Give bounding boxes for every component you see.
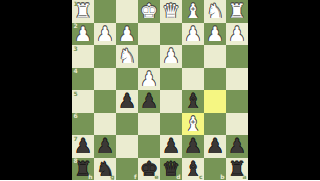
square-a2[interactable]: ♟ bbox=[226, 23, 248, 46]
square-e8[interactable]: ♚e bbox=[138, 158, 160, 181]
white-queen-d1[interactable]: ♛ bbox=[162, 1, 180, 21]
square-f6[interactable] bbox=[116, 113, 138, 136]
square-d1[interactable]: ♛ bbox=[160, 0, 182, 23]
rank-label-7: 7 bbox=[74, 136, 78, 142]
rank-label-5: 5 bbox=[74, 91, 78, 97]
file-label-b: b bbox=[220, 174, 224, 180]
file-label-d: d bbox=[176, 174, 180, 180]
black-pawn-g7[interactable]: ♟ bbox=[96, 136, 114, 156]
rank-label-4: 4 bbox=[74, 68, 78, 74]
square-d5[interactable] bbox=[160, 90, 182, 113]
square-g1[interactable] bbox=[94, 0, 116, 23]
square-f8[interactable]: f bbox=[116, 158, 138, 181]
square-g8[interactable]: ♞g bbox=[94, 158, 116, 181]
square-b5[interactable] bbox=[204, 90, 226, 113]
file-label-h: h bbox=[88, 174, 92, 180]
file-label-e: e bbox=[154, 174, 158, 180]
square-b3[interactable] bbox=[204, 45, 226, 68]
square-h4[interactable]: 4 bbox=[72, 68, 94, 91]
square-e6[interactable] bbox=[138, 113, 160, 136]
pillarbox-right bbox=[248, 0, 320, 180]
square-c4[interactable] bbox=[182, 68, 204, 91]
square-h3[interactable]: 3 bbox=[72, 45, 94, 68]
square-f7[interactable] bbox=[116, 135, 138, 158]
pillarbox-left bbox=[0, 0, 72, 180]
file-label-a: a bbox=[242, 174, 246, 180]
square-h6[interactable]: 6 bbox=[72, 113, 94, 136]
black-pawn-e5[interactable]: ♟ bbox=[140, 91, 158, 111]
rank-label-8: 8 bbox=[74, 158, 78, 164]
white-pawn-d3[interactable]: ♟ bbox=[162, 46, 180, 66]
square-h5[interactable]: 5 bbox=[72, 90, 94, 113]
white-pawn-g2[interactable]: ♟ bbox=[96, 23, 114, 43]
black-pawn-a7[interactable]: ♟ bbox=[228, 136, 246, 156]
square-g5[interactable] bbox=[94, 90, 116, 113]
square-e1[interactable]: ♚ bbox=[138, 0, 160, 23]
square-f2[interactable]: ♟ bbox=[116, 23, 138, 46]
square-e2[interactable] bbox=[138, 23, 160, 46]
square-h8[interactable]: ♜8h bbox=[72, 158, 94, 181]
chess-board[interactable]: ♜1♚♛♝♞♜♟2♟♟♟♟♟3♞♟4♟5♟♟♝6♝♟7♟♟♟♟♟♜8h♞gf♚e… bbox=[72, 0, 248, 180]
file-label-f: f bbox=[134, 174, 137, 180]
black-bishop-c5[interactable]: ♝ bbox=[184, 91, 202, 111]
square-g6[interactable] bbox=[94, 113, 116, 136]
black-pawn-b7[interactable]: ♟ bbox=[206, 136, 224, 156]
white-rook-a1[interactable]: ♜ bbox=[228, 1, 246, 21]
square-c6[interactable]: ♝ bbox=[182, 113, 204, 136]
square-c2[interactable]: ♟ bbox=[182, 23, 204, 46]
white-pawn-b2[interactable]: ♟ bbox=[206, 23, 224, 43]
white-king-e1[interactable]: ♚ bbox=[140, 1, 158, 21]
square-h1[interactable]: ♜1 bbox=[72, 0, 94, 23]
square-g2[interactable]: ♟ bbox=[94, 23, 116, 46]
square-f3[interactable]: ♞ bbox=[116, 45, 138, 68]
white-bishop-c6[interactable]: ♝ bbox=[184, 113, 202, 133]
square-g7[interactable]: ♟ bbox=[94, 135, 116, 158]
video-frame: ♜1♚♛♝♞♜♟2♟♟♟♟♟3♞♟4♟5♟♟♝6♝♟7♟♟♟♟♟♜8h♞gf♚e… bbox=[0, 0, 320, 180]
square-a8[interactable]: ♜a bbox=[226, 158, 248, 181]
square-g4[interactable] bbox=[94, 68, 116, 91]
rank-label-6: 6 bbox=[74, 113, 78, 119]
square-b8[interactable]: b bbox=[204, 158, 226, 181]
black-pawn-f5[interactable]: ♟ bbox=[118, 91, 136, 111]
square-a5[interactable] bbox=[226, 90, 248, 113]
white-knight-b1[interactable]: ♞ bbox=[206, 1, 224, 21]
white-pawn-e4[interactable]: ♟ bbox=[140, 68, 158, 88]
square-d6[interactable] bbox=[160, 113, 182, 136]
square-f4[interactable] bbox=[116, 68, 138, 91]
square-a6[interactable] bbox=[226, 113, 248, 136]
rank-label-3: 3 bbox=[74, 46, 78, 52]
square-b7[interactable]: ♟ bbox=[204, 135, 226, 158]
square-b6[interactable] bbox=[204, 113, 226, 136]
square-h7[interactable]: ♟7 bbox=[72, 135, 94, 158]
square-c5[interactable]: ♝ bbox=[182, 90, 204, 113]
square-d4[interactable] bbox=[160, 68, 182, 91]
white-bishop-c1[interactable]: ♝ bbox=[184, 1, 202, 21]
square-c1[interactable]: ♝ bbox=[182, 0, 204, 23]
square-a3[interactable] bbox=[226, 45, 248, 68]
square-b4[interactable] bbox=[204, 68, 226, 91]
white-pawn-f2[interactable]: ♟ bbox=[118, 23, 136, 43]
square-d7[interactable]: ♟ bbox=[160, 135, 182, 158]
file-label-g: g bbox=[110, 174, 114, 180]
square-c8[interactable]: ♝c bbox=[182, 158, 204, 181]
square-h2[interactable]: ♟2 bbox=[72, 23, 94, 46]
square-d8[interactable]: ♛d bbox=[160, 158, 182, 181]
black-pawn-c7[interactable]: ♟ bbox=[184, 136, 202, 156]
square-c7[interactable]: ♟ bbox=[182, 135, 204, 158]
square-e4[interactable]: ♟ bbox=[138, 68, 160, 91]
square-c3[interactable] bbox=[182, 45, 204, 68]
white-pawn-a2[interactable]: ♟ bbox=[228, 23, 246, 43]
square-f5[interactable]: ♟ bbox=[116, 90, 138, 113]
square-a1[interactable]: ♜ bbox=[226, 0, 248, 23]
rank-label-1: 1 bbox=[74, 1, 78, 7]
square-f1[interactable] bbox=[116, 0, 138, 23]
square-a4[interactable] bbox=[226, 68, 248, 91]
square-e7[interactable] bbox=[138, 135, 160, 158]
black-pawn-d7[interactable]: ♟ bbox=[162, 136, 180, 156]
square-b2[interactable]: ♟ bbox=[204, 23, 226, 46]
white-knight-f3[interactable]: ♞ bbox=[118, 46, 136, 66]
square-e5[interactable]: ♟ bbox=[138, 90, 160, 113]
white-pawn-c2[interactable]: ♟ bbox=[184, 23, 202, 43]
square-a7[interactable]: ♟ bbox=[226, 135, 248, 158]
file-label-c: c bbox=[199, 174, 203, 180]
rank-label-2: 2 bbox=[74, 23, 78, 29]
square-b1[interactable]: ♞ bbox=[204, 0, 226, 23]
square-d3[interactable]: ♟ bbox=[160, 45, 182, 68]
square-g3[interactable] bbox=[94, 45, 116, 68]
square-d2[interactable] bbox=[160, 23, 182, 46]
square-e3[interactable] bbox=[138, 45, 160, 68]
